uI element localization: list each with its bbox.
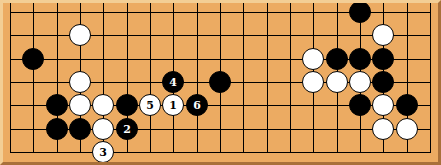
move-number: 6 — [193, 100, 201, 111]
stone-white-D6 — [69, 24, 91, 46]
stone-white-E3 — [92, 94, 114, 116]
stone-black-R4 — [372, 71, 394, 93]
stone-black-Q7 — [349, 3, 371, 23]
grid-line-vertical — [430, 3, 431, 153]
grid-line-vertical — [290, 3, 291, 153]
grid-line-vertical — [243, 3, 244, 153]
grid-line-vertical — [150, 3, 151, 153]
stone-black-P5 — [326, 48, 348, 70]
grid-line-vertical — [197, 3, 198, 153]
stone-black-R5 — [372, 48, 394, 70]
stone-black-F3 — [116, 94, 138, 116]
move-number: 3 — [99, 147, 107, 158]
move-number: 4 — [169, 77, 177, 88]
stone-white-H3: 1 — [162, 94, 184, 116]
stone-white-P4 — [326, 71, 348, 93]
stone-white-O4 — [302, 71, 324, 93]
stone-white-R6 — [372, 24, 394, 46]
move-number: 5 — [146, 100, 154, 111]
go-board: 451623 — [3, 3, 438, 162]
stone-black-Q5 — [349, 48, 371, 70]
stone-white-Q4 — [349, 71, 371, 93]
stone-black-F2: 2 — [116, 118, 138, 140]
stone-white-O5 — [302, 48, 324, 70]
stone-black-J3: 6 — [186, 94, 208, 116]
stone-white-S2 — [396, 118, 418, 140]
stone-black-K4 — [209, 71, 231, 93]
stone-white-R2 — [372, 118, 394, 140]
stone-black-Q3 — [349, 94, 371, 116]
stone-black-D2 — [69, 118, 91, 140]
stone-white-D3 — [69, 94, 91, 116]
stone-white-E2 — [92, 118, 114, 140]
grid-line-vertical — [33, 3, 34, 153]
board-frame: 451623 — [0, 0, 441, 165]
stone-black-H4: 4 — [162, 71, 184, 93]
stone-white-G3: 5 — [139, 94, 161, 116]
grid-line-vertical — [10, 3, 11, 153]
stone-black-S3 — [396, 94, 418, 116]
stone-white-D4 — [69, 71, 91, 93]
stone-white-R3 — [372, 94, 394, 116]
stone-black-C3 — [46, 94, 68, 116]
move-number: 1 — [169, 100, 177, 111]
stone-white-E1: 3 — [92, 141, 114, 162]
stone-black-B5 — [22, 48, 44, 70]
grid-line-vertical — [267, 3, 268, 153]
stone-black-C2 — [46, 118, 68, 140]
move-number: 2 — [123, 124, 131, 135]
